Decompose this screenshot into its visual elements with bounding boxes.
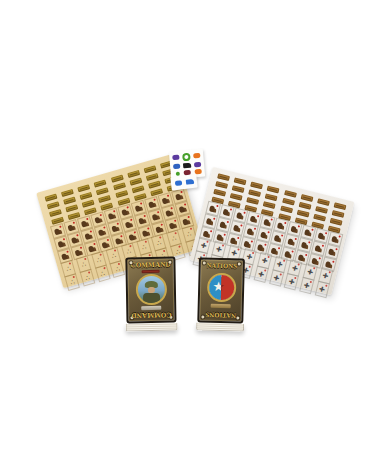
badge-sticker: ✚: [213, 242, 226, 257]
infantry-figure-sticker: [135, 213, 149, 227]
rivet-icon: [238, 262, 241, 265]
gold-unit-label-sticker: [61, 188, 74, 196]
infantry-figure-sticker: [121, 217, 135, 231]
nations-deck-title: NATIONS: [206, 262, 237, 271]
infantry-figure-sticker: [271, 231, 284, 244]
rivet-icon: [203, 262, 206, 265]
infantry-figure-sticker: [148, 209, 162, 223]
blue-die-face-sticker: [185, 179, 194, 185]
command-deck-title: COMMAND: [130, 261, 170, 270]
gold-unit-label-sticker: [46, 201, 59, 209]
gold-unit-label-sticker: [131, 185, 144, 193]
infantry-figure-sticker: [131, 201, 145, 215]
infantry-figure-sticker: [241, 237, 254, 250]
gold-unit-label-sticker: [96, 187, 109, 195]
badge-sticker: ✚: [258, 253, 271, 268]
infantry-figure-sticker: [64, 220, 78, 234]
infantry-figure-sticker: [145, 197, 159, 211]
gold-unit-label-sticker: [65, 204, 78, 212]
infantry-figure-sticker: [288, 222, 301, 235]
badge-sticker: ∴: [81, 270, 94, 285]
infantry-figure-sticker: [158, 193, 172, 207]
infantry-figure-sticker: [108, 221, 122, 235]
purple-die-face-sticker: [172, 155, 179, 161]
command-deck-title-mirrored: COMMAND: [131, 311, 171, 320]
nations-deck-card-stack: [196, 322, 244, 331]
gold-unit-label-sticker: [115, 190, 128, 198]
command-deck-plate: [141, 306, 161, 310]
orange-die-face-sticker: [193, 153, 200, 159]
infantry-figure-sticker: [260, 215, 273, 228]
copper-unit-label-sticker: [313, 214, 326, 222]
infantry-figure-sticker: [77, 216, 91, 230]
infantry-figure-sticker: [175, 202, 189, 216]
badge-sticker: ✚: [270, 270, 283, 285]
badge-sticker: ∴: [66, 274, 79, 289]
blue-die-face-sticker: [175, 180, 183, 186]
gold-unit-label-sticker: [94, 179, 107, 187]
infantry-figure-sticker: [104, 208, 118, 222]
infantry-figure-sticker: [118, 205, 132, 219]
gold-unit-label-sticker: [127, 169, 140, 177]
badge-sticker: ✚: [273, 257, 286, 272]
soldier-torso: [142, 293, 159, 303]
infantry-figure-sticker: [233, 209, 246, 222]
rivet-icon: [168, 261, 171, 264]
copper-unit-label-sticker: [315, 206, 328, 214]
infantry-figure-sticker: [274, 219, 287, 232]
components-photo: ∴∴∴∴∴∴∴∴∴∴∴∴∴∴∴∴∴∴ ✚✚✚✚✚✚✚✚✚✚✚✚✚✚✚✚✚✚ CO…: [0, 0, 370, 474]
copper-unit-label-sticker: [298, 202, 311, 210]
infantry-figure-sticker: [95, 225, 109, 239]
infantry-figure-sticker: [230, 221, 243, 234]
copper-unit-label-sticker: [300, 195, 313, 203]
copper-unit-label-sticker: [213, 189, 226, 197]
copper-unit-label-sticker: [217, 174, 230, 182]
copper-unit-label-sticker: [233, 178, 246, 186]
copper-unit-label-sticker: [334, 203, 347, 211]
infantry-figure-sticker: [68, 232, 82, 246]
soldier-portrait: [135, 274, 167, 306]
rivet-icon: [236, 316, 239, 319]
gold-unit-label-sticker: [82, 199, 95, 207]
infantry-figure-sticker: [315, 229, 328, 242]
gold-unit-label-sticker: [110, 174, 123, 182]
nations-card-back: NATIONS ★ ★ NATIONS: [197, 257, 245, 323]
emblem-blue-half: ★: [208, 274, 221, 299]
badge-sticker: ✚: [316, 282, 329, 297]
badge-sticker: ✚: [304, 264, 317, 279]
gold-unit-label-sticker: [79, 191, 92, 199]
gold-unit-label-sticker: [144, 165, 157, 173]
copper-unit-label-sticker: [246, 197, 259, 205]
gold-unit-label-sticker: [63, 196, 76, 204]
badge-sticker: ✚: [197, 238, 210, 253]
copper-unit-label-sticker: [297, 210, 310, 218]
rivet-icon: [129, 261, 132, 264]
copper-unit-label-sticker: [232, 185, 245, 193]
badge-sticker: ∴: [96, 266, 109, 281]
command-card-deck: COMMAND COMMAND: [125, 257, 176, 332]
green-wreath-die-face-sticker: [182, 152, 191, 161]
infantry-figure-sticker: [54, 236, 68, 250]
infantry-figure-sticker: [217, 218, 230, 231]
gold-unit-label-sticker: [129, 177, 142, 185]
infantry-figure-sticker: [328, 232, 341, 245]
copper-unit-label-sticker: [263, 201, 276, 209]
badge-sticker: ✚: [243, 249, 256, 264]
emblem-red-half: ★: [221, 275, 234, 300]
infantry-figure-sticker: [312, 241, 325, 254]
green-die-face-sticker: [175, 172, 179, 176]
infantry-figure-sticker: [81, 229, 95, 243]
gold-unit-label-sticker: [77, 184, 90, 192]
copper-unit-label-sticker: [230, 193, 243, 201]
infantry-figure-sticker: [298, 238, 311, 251]
copper-unit-label-sticker: [330, 218, 343, 226]
copper-unit-label-sticker: [280, 206, 293, 214]
command-card-back: COMMAND COMMAND: [125, 257, 176, 324]
badge-sticker: ∴: [111, 261, 124, 276]
infantry-figure-sticker: [257, 228, 270, 241]
infantry-figure-sticker: [51, 224, 65, 238]
copper-unit-label-sticker: [265, 194, 278, 202]
badge-sticker: ✚: [285, 274, 298, 289]
infantry-figure-sticker: [244, 224, 257, 237]
infantry-figure-sticker: [172, 189, 186, 203]
nations-card-deck: NATIONS ★ ★ NATIONS: [197, 257, 245, 331]
infantry-figure-sticker: [325, 245, 338, 258]
copper-unit-label-sticker: [215, 181, 228, 189]
gold-unit-label-sticker: [113, 182, 126, 190]
infantry-figure-sticker: [220, 205, 233, 218]
star-icon: ★: [221, 279, 225, 292]
copper-unit-label-sticker: [250, 182, 263, 190]
copper-unit-label-sticker: [284, 190, 297, 198]
blue-die-face-sticker: [173, 164, 180, 170]
badge-sticker: ✚: [300, 278, 313, 293]
gold-unit-label-sticker: [148, 180, 161, 188]
infantry-figure-sticker: [254, 240, 267, 253]
nations-emblem: ★ ★: [206, 272, 236, 302]
command-deck-banner: [142, 270, 160, 273]
copper-unit-label-sticker: [282, 198, 295, 206]
infantry-figure-sticker: [227, 233, 240, 246]
badge-sticker: ✚: [255, 267, 268, 282]
nations-deck-plate: [211, 304, 231, 309]
infantry-figure-sticker: [91, 212, 105, 226]
infantry-figure-sticker: [284, 235, 297, 248]
copper-unit-label-sticker: [267, 186, 280, 194]
infantry-figure-sticker: [162, 205, 176, 219]
infantry-figure-sticker: [203, 214, 216, 227]
nations-deck-title-mirrored: NATIONS: [205, 311, 236, 320]
gold-unit-label-sticker: [146, 172, 159, 180]
copper-unit-label-sticker: [317, 199, 330, 207]
command-deck-card-stack: [126, 323, 178, 332]
black-tank-die-face-sticker: [183, 163, 191, 169]
gold-unit-label-sticker: [44, 193, 57, 201]
gold-unit-label-sticker: [48, 209, 61, 217]
copper-unit-label-sticker: [248, 190, 261, 198]
badge-sticker: ✚: [289, 261, 302, 276]
infantry-figure-sticker: [206, 202, 219, 215]
infantry-figure-sticker: [301, 225, 314, 238]
copper-unit-label-sticker: [332, 211, 345, 219]
dice-sticker-strip: [170, 174, 197, 190]
gold-unit-label-sticker: [98, 194, 111, 202]
infantry-figure-sticker: [247, 212, 260, 225]
purple-die-face-sticker: [194, 162, 201, 168]
badge-sticker: ✚: [319, 268, 332, 283]
